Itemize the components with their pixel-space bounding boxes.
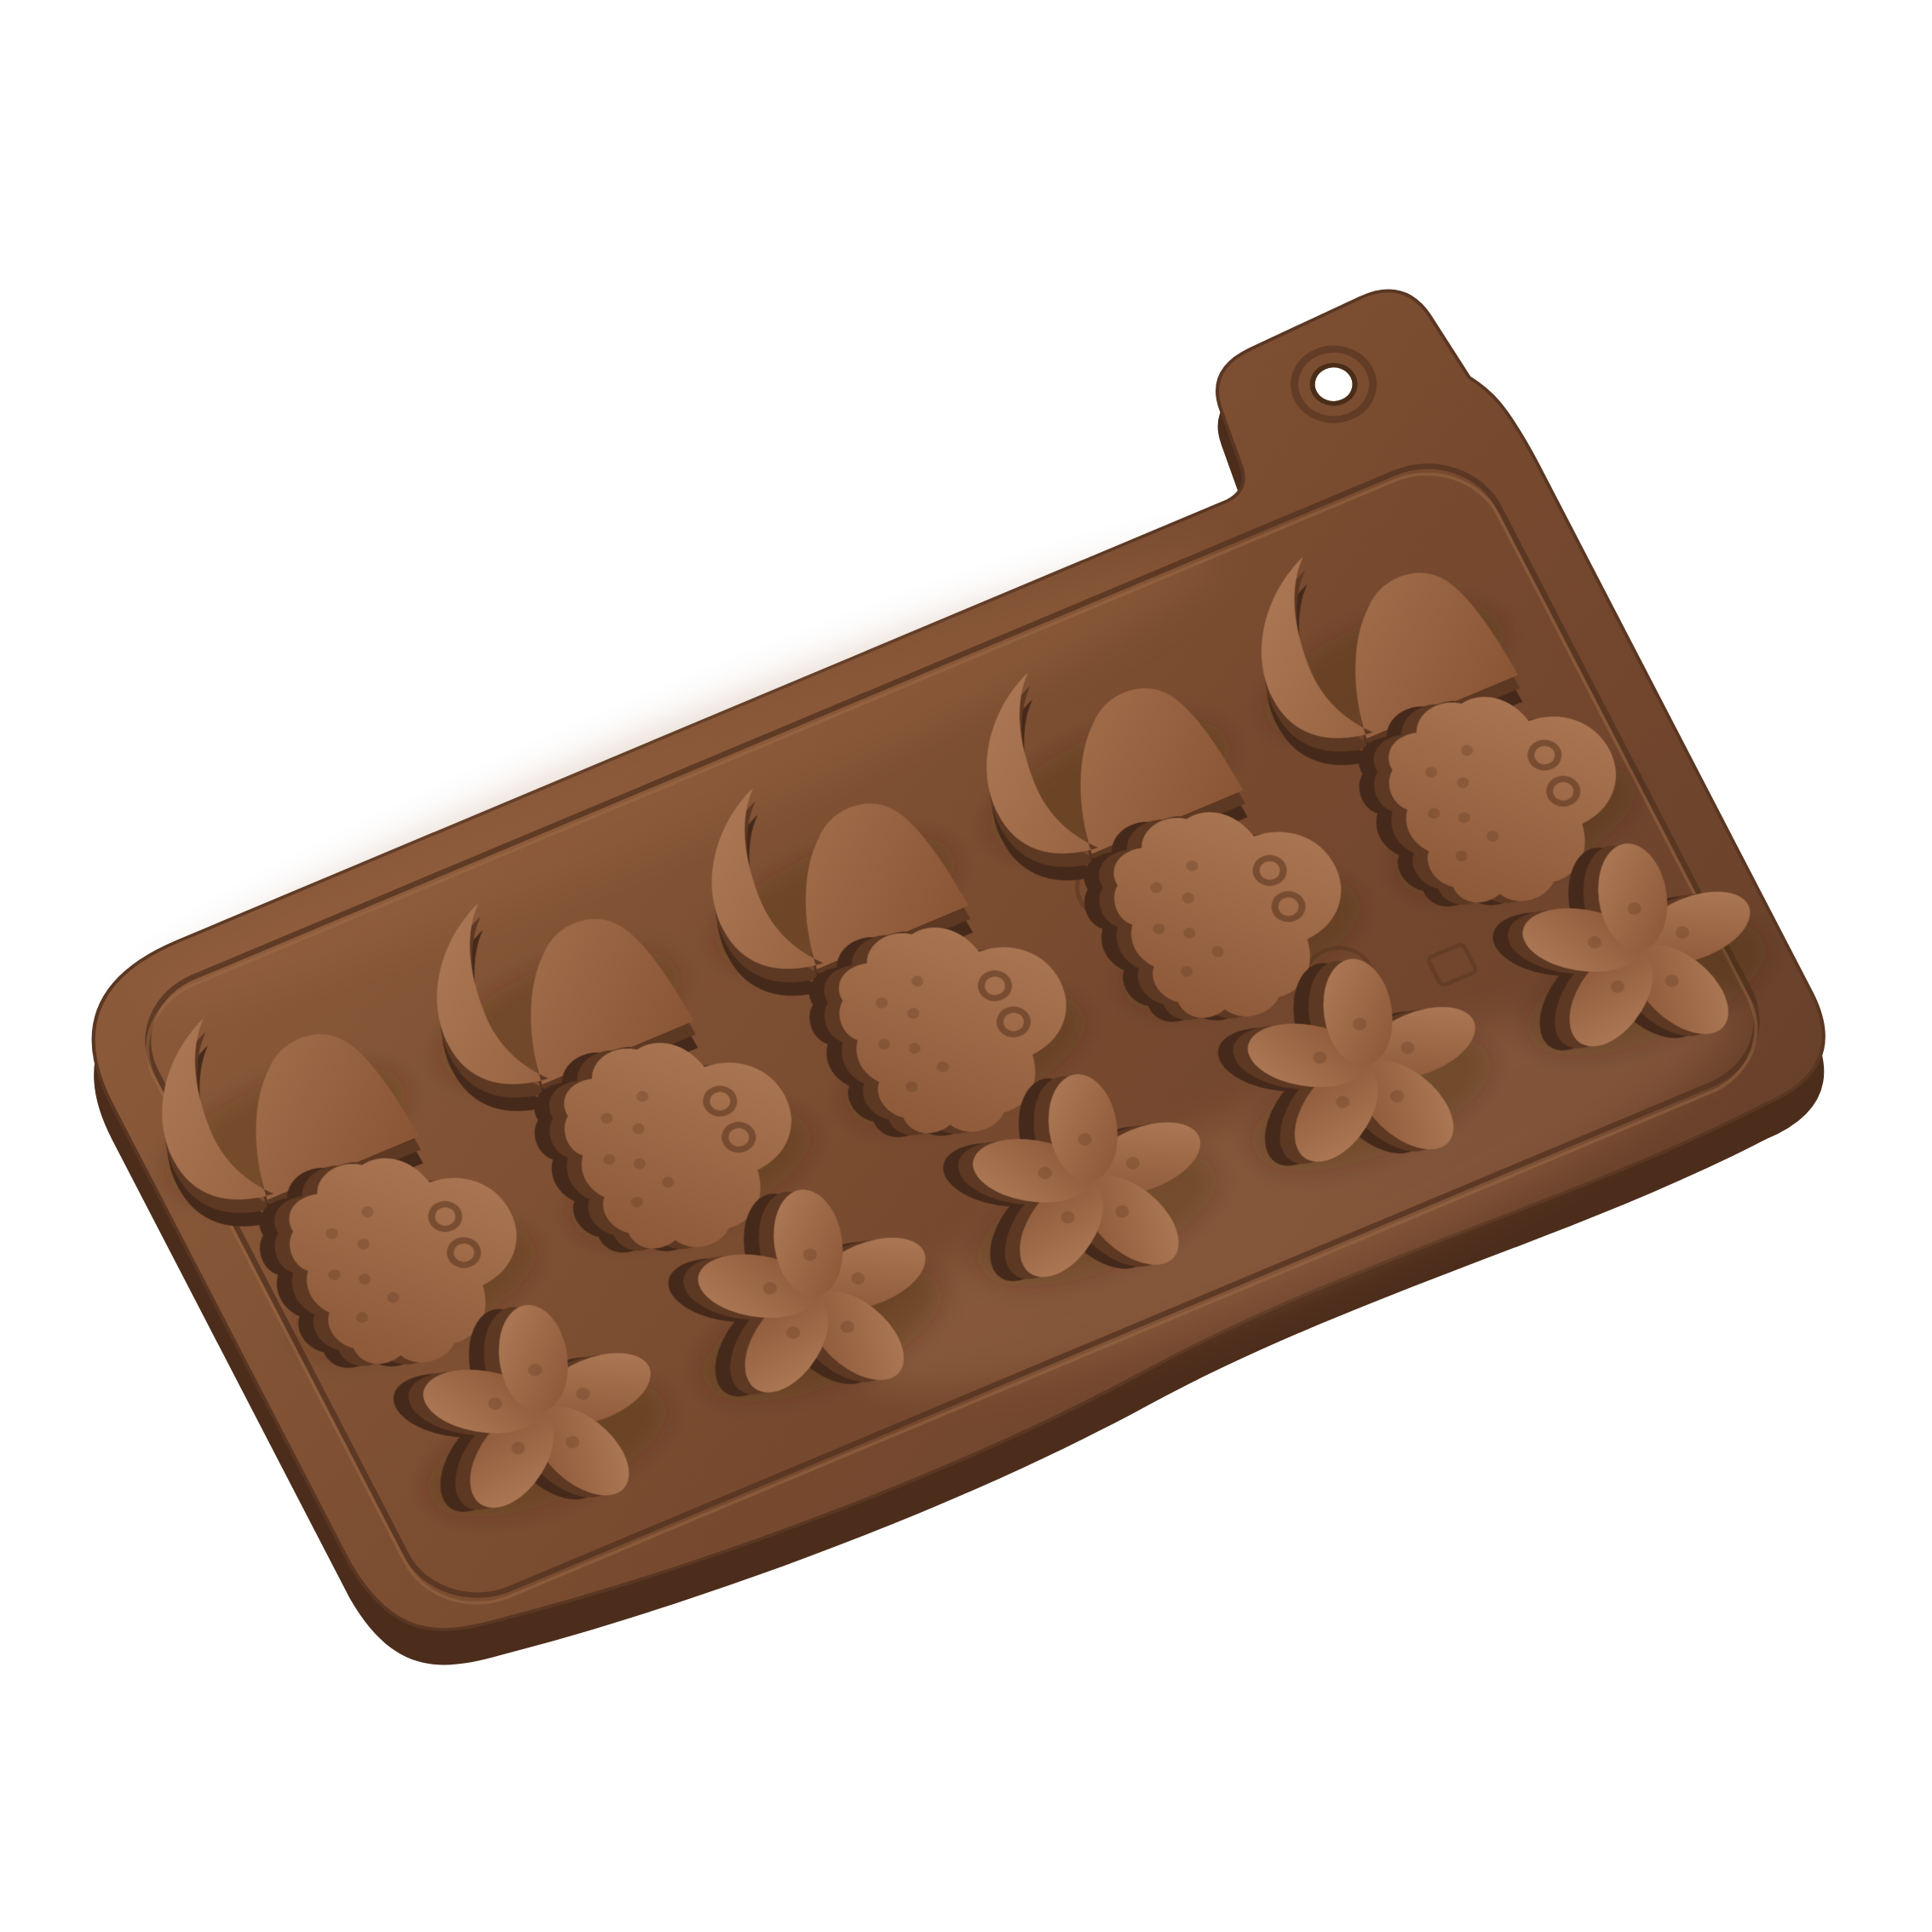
product-photo: [0, 0, 1932, 1932]
mold-tray: [0, 267, 1873, 1725]
chocolate-mold-illustration: [0, 0, 1932, 1932]
